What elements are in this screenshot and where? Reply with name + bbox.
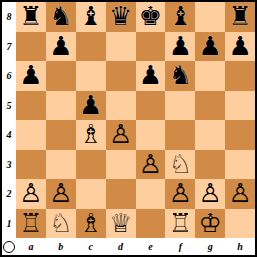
black-pawn: ♟ <box>19 61 42 90</box>
square-c6[interactable] <box>76 61 106 91</box>
file-label-h: h <box>225 238 255 255</box>
square-d4[interactable]: ♙ <box>106 120 136 150</box>
file-label-f: f <box>165 238 195 255</box>
square-c4[interactable]: ♗ <box>76 120 106 150</box>
file-label-d: d <box>106 238 136 255</box>
square-b4[interactable] <box>46 120 76 150</box>
rank-label-6: 6 <box>2 61 16 91</box>
square-d2[interactable] <box>106 179 136 209</box>
square-h7[interactable]: ♟ <box>225 32 255 62</box>
square-e2[interactable] <box>136 179 166 209</box>
square-a2[interactable]: ♙ <box>16 179 46 209</box>
square-c2[interactable] <box>76 179 106 209</box>
square-h3[interactable] <box>225 150 255 180</box>
file-label-e: e <box>136 238 166 255</box>
square-h6[interactable] <box>225 61 255 91</box>
rank-label-5: 5 <box>2 91 16 121</box>
black-pawn: ♟ <box>79 91 102 120</box>
square-g7[interactable]: ♟ <box>195 32 225 62</box>
square-f4[interactable] <box>165 120 195 150</box>
black-pawn: ♟ <box>49 32 72 61</box>
square-e1[interactable] <box>136 209 166 239</box>
square-f8[interactable]: ♝ <box>165 2 195 32</box>
square-f6[interactable]: ♞ <box>165 61 195 91</box>
white-rook: ♖ <box>169 209 192 238</box>
square-e4[interactable] <box>136 120 166 150</box>
square-b5[interactable] <box>46 91 76 121</box>
square-b2[interactable]: ♙ <box>46 179 76 209</box>
file-label-b: b <box>46 238 76 255</box>
rank-label-4: 4 <box>2 120 16 150</box>
square-e8[interactable]: ♚ <box>136 2 166 32</box>
black-rook: ♜ <box>228 2 251 31</box>
square-g5[interactable] <box>195 91 225 121</box>
white-pawn: ♙ <box>49 179 72 208</box>
file-label-c: c <box>76 238 106 255</box>
square-f7[interactable]: ♟ <box>165 32 195 62</box>
square-g2[interactable]: ♙ <box>195 179 225 209</box>
white-pawn: ♙ <box>109 120 132 149</box>
white-knight: ♘ <box>169 150 192 179</box>
square-h1[interactable] <box>225 209 255 239</box>
square-f2[interactable]: ♙ <box>165 179 195 209</box>
black-king: ♚ <box>139 2 162 31</box>
square-g6[interactable] <box>195 61 225 91</box>
black-queen: ♛ <box>109 2 132 31</box>
square-e7[interactable] <box>136 32 166 62</box>
square-a5[interactable] <box>16 91 46 121</box>
white-bishop: ♗ <box>79 120 102 149</box>
square-g3[interactable] <box>195 150 225 180</box>
square-a3[interactable] <box>16 150 46 180</box>
square-d3[interactable] <box>106 150 136 180</box>
chess-diagram: 87654321 ♜♞♝♛♚♝♜♟♟♟♟♟♟♞♟♗♙♙♘♙♙♙♙♙♖♘♗♕♖♔ … <box>0 0 257 257</box>
side-to-move-area <box>2 238 16 255</box>
square-c5[interactable]: ♟ <box>76 91 106 121</box>
square-b8[interactable]: ♞ <box>46 2 76 32</box>
white-queen: ♕ <box>109 209 132 238</box>
square-d5[interactable] <box>106 91 136 121</box>
square-g8[interactable] <box>195 2 225 32</box>
black-pawn: ♟ <box>228 32 251 61</box>
black-pawn: ♟ <box>199 32 222 61</box>
white-knight: ♘ <box>49 209 72 238</box>
square-a1[interactable]: ♖ <box>16 209 46 239</box>
square-h8[interactable]: ♜ <box>225 2 255 32</box>
white-king: ♔ <box>199 209 222 238</box>
square-b7[interactable]: ♟ <box>46 32 76 62</box>
black-pawn: ♟ <box>169 32 192 61</box>
chess-board: ♜♞♝♛♚♝♜♟♟♟♟♟♟♞♟♗♙♙♘♙♙♙♙♙♖♘♗♕♖♔ <box>16 2 255 238</box>
file-label-a: a <box>16 238 46 255</box>
square-d7[interactable] <box>106 32 136 62</box>
square-h5[interactable] <box>225 91 255 121</box>
rank-label-2: 2 <box>2 179 16 209</box>
square-b6[interactable] <box>46 61 76 91</box>
square-f3[interactable]: ♘ <box>165 150 195 180</box>
square-c8[interactable]: ♝ <box>76 2 106 32</box>
square-a7[interactable] <box>16 32 46 62</box>
white-pawn: ♙ <box>139 150 162 179</box>
white-to-move-indicator <box>3 241 15 253</box>
diagram-inner: 87654321 ♜♞♝♛♚♝♜♟♟♟♟♟♟♞♟♗♙♙♘♙♙♙♙♙♖♘♗♕♖♔ … <box>2 2 255 255</box>
square-g4[interactable] <box>195 120 225 150</box>
square-d6[interactable] <box>106 61 136 91</box>
square-e3[interactable]: ♙ <box>136 150 166 180</box>
square-a4[interactable] <box>16 120 46 150</box>
white-bishop: ♗ <box>79 209 102 238</box>
file-label-g: g <box>195 238 225 255</box>
square-h4[interactable] <box>225 120 255 150</box>
rank-label-7: 7 <box>2 32 16 62</box>
white-pawn: ♙ <box>169 179 192 208</box>
square-c3[interactable] <box>76 150 106 180</box>
white-rook: ♖ <box>19 209 42 238</box>
square-g1[interactable]: ♔ <box>195 209 225 239</box>
black-knight: ♞ <box>169 61 192 90</box>
square-b3[interactable] <box>46 150 76 180</box>
square-h2[interactable]: ♙ <box>225 179 255 209</box>
black-rook: ♜ <box>19 2 42 31</box>
square-e6[interactable]: ♟ <box>136 61 166 91</box>
square-c1[interactable]: ♗ <box>76 209 106 239</box>
square-e5[interactable] <box>136 91 166 121</box>
white-pawn: ♙ <box>199 179 222 208</box>
rank-label-8: 8 <box>2 2 16 32</box>
square-a6[interactable]: ♟ <box>16 61 46 91</box>
square-d1[interactable]: ♕ <box>106 209 136 239</box>
rank-labels: 87654321 <box>2 2 16 238</box>
black-bishop: ♝ <box>169 2 192 31</box>
white-pawn: ♙ <box>19 179 42 208</box>
rank-label-1: 1 <box>2 209 16 239</box>
black-pawn: ♟ <box>139 61 162 90</box>
square-f5[interactable] <box>165 91 195 121</box>
black-bishop: ♝ <box>79 2 102 31</box>
square-d8[interactable]: ♛ <box>106 2 136 32</box>
square-b1[interactable]: ♘ <box>46 209 76 239</box>
file-labels: abcdefgh <box>16 238 255 255</box>
square-a8[interactable]: ♜ <box>16 2 46 32</box>
square-c7[interactable] <box>76 32 106 62</box>
black-knight: ♞ <box>49 2 72 31</box>
rank-label-3: 3 <box>2 150 16 180</box>
white-pawn: ♙ <box>228 179 251 208</box>
square-f1[interactable]: ♖ <box>165 209 195 239</box>
